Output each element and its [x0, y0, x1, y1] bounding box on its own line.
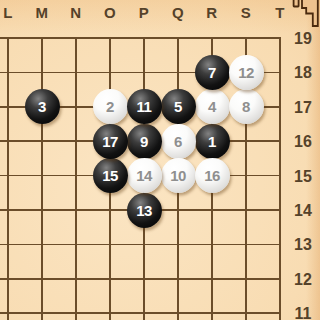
move-number: 5 — [174, 98, 182, 115]
column-label-Q: Q — [172, 4, 184, 21]
black-stone-P16: 9 — [127, 124, 162, 159]
move-number: 2 — [106, 98, 114, 115]
move-number: 11 — [137, 98, 152, 115]
move-number: 1 — [208, 132, 216, 149]
row-label-19: 19 — [294, 30, 312, 48]
white-stone-Q15: 10 — [161, 158, 196, 193]
black-stone-O16: 17 — [93, 124, 128, 159]
move-number: 13 — [136, 201, 152, 218]
column-label-S: S — [241, 4, 252, 21]
white-stone-R15: 16 — [195, 158, 230, 193]
row-label-11: 11 — [295, 305, 312, 320]
move-number: 14 — [136, 167, 152, 184]
black-stone-O15: 15 — [93, 158, 128, 193]
move-number: 6 — [174, 132, 182, 149]
column-label-N: N — [70, 4, 81, 21]
column-label-L: L — [3, 4, 13, 21]
row-label-17: 17 — [294, 99, 312, 117]
move-number: 10 — [170, 167, 186, 184]
row-label-12: 12 — [294, 271, 312, 289]
white-stone-S17: 8 — [229, 89, 264, 124]
white-stone-S18: 12 — [229, 55, 264, 90]
move-number: 7 — [208, 63, 216, 80]
move-number: 3 — [38, 98, 46, 115]
white-stone-R17: 4 — [195, 89, 230, 124]
row-label-18: 18 — [294, 64, 312, 82]
white-stone-P15: 14 — [127, 158, 162, 193]
column-label-T: T — [275, 4, 285, 21]
grid-line-row-12 — [0, 278, 281, 280]
column-label-M: M — [36, 4, 49, 21]
column-label-R: R — [206, 4, 217, 21]
move-number: 16 — [204, 167, 220, 184]
black-stone-Q17: 5 — [161, 89, 196, 124]
black-stone-M17: 3 — [25, 89, 60, 124]
black-stone-R16: 1 — [195, 124, 230, 159]
column-label-O: O — [104, 4, 116, 21]
row-label-16: 16 — [294, 133, 312, 151]
move-number: 9 — [140, 132, 148, 149]
white-stone-O17: 2 — [93, 89, 128, 124]
grid-line-row-19 — [0, 37, 281, 39]
grid-line-row-11 — [0, 312, 281, 314]
column-label-P: P — [139, 4, 150, 21]
white-stone-Q16: 6 — [161, 124, 196, 159]
move-number: 12 — [238, 63, 254, 80]
black-stone-P17: 11 — [127, 89, 162, 124]
black-stone-P14: 13 — [127, 193, 162, 228]
row-label-15: 15 — [294, 168, 312, 186]
move-number: 4 — [208, 98, 216, 115]
go-app-screen: LMNOPQRST 191817161514131211 12345678910… — [0, 0, 320, 320]
row-label-14: 14 — [294, 202, 312, 220]
move-number: 17 — [102, 132, 118, 149]
move-number: 8 — [242, 98, 250, 115]
move-number: 15 — [102, 167, 118, 184]
grid-line-row-13 — [0, 244, 281, 246]
row-label-13: 13 — [294, 236, 312, 254]
black-stone-R18: 7 — [195, 55, 230, 90]
greek-key-corner-icon — [292, 0, 320, 28]
